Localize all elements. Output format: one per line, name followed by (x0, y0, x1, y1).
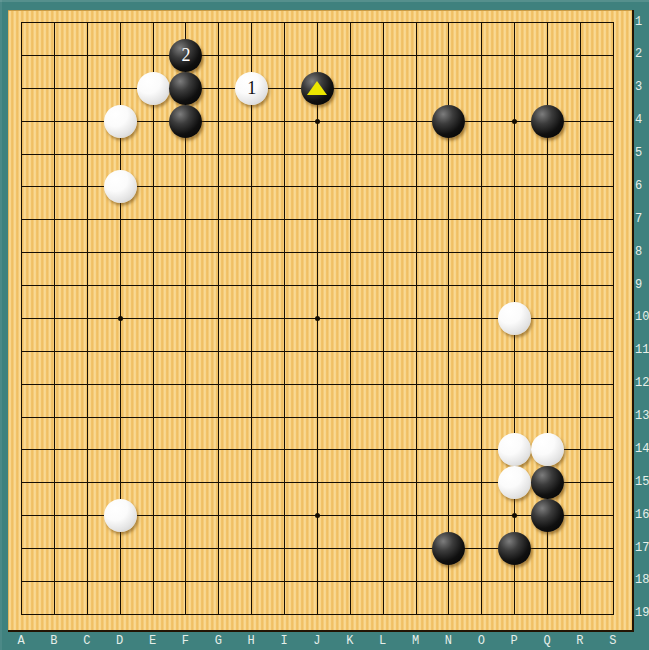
coord-letter-Q: Q (531, 632, 564, 650)
star-point-D10 (118, 316, 123, 321)
coord-letter-R: R (563, 632, 596, 650)
coord-letter-C: C (70, 632, 103, 650)
stone-black-Q4[interactable] (531, 105, 564, 138)
star-point-J4 (315, 119, 320, 124)
stone-white-P15[interactable] (498, 466, 531, 499)
grid-hline (21, 417, 614, 418)
coord-letter-D: D (103, 632, 136, 650)
stone-white-H3[interactable]: 1 (235, 72, 268, 105)
grid-vline (481, 22, 482, 615)
coord-letter-J: J (300, 632, 333, 650)
coord-letter-S: S (596, 632, 629, 650)
move-number-label: 2 (181, 46, 190, 64)
grid-hline (21, 351, 614, 352)
coord-number-8: 8 (635, 236, 649, 269)
stone-black-Q16[interactable] (531, 499, 564, 532)
column-labels: ABCDEFGHIJKLMNOPQRS (5, 632, 630, 650)
coord-number-13: 13 (635, 400, 649, 433)
coord-number-9: 9 (635, 269, 649, 302)
coord-number-18: 18 (635, 564, 649, 597)
triangle-marker-icon (307, 81, 327, 95)
stone-white-P14[interactable] (498, 433, 531, 466)
coord-letter-I: I (268, 632, 301, 650)
grid-vline (580, 22, 581, 615)
stone-black-F4[interactable] (169, 105, 202, 138)
stone-white-D16[interactable] (104, 499, 137, 532)
coord-number-15: 15 (635, 466, 649, 499)
grid-hline (21, 614, 614, 615)
coord-number-2: 2 (635, 38, 649, 71)
grid-vline (383, 22, 384, 615)
stone-black-F2[interactable]: 2 (169, 39, 202, 72)
coord-number-11: 11 (635, 334, 649, 367)
coord-number-4: 4 (635, 104, 649, 137)
star-point-J16 (315, 513, 320, 518)
coord-number-17: 17 (635, 532, 649, 565)
grid-vline (613, 22, 614, 615)
coord-number-12: 12 (635, 367, 649, 400)
goban[interactable]: 21 (8, 10, 634, 632)
coord-number-6: 6 (635, 170, 649, 203)
grid-vline (350, 22, 351, 615)
coord-letter-M: M (399, 632, 432, 650)
coord-number-10: 10 (635, 301, 649, 334)
coord-letter-B: B (37, 632, 70, 650)
coord-number-19: 19 (635, 597, 649, 630)
coord-number-3: 3 (635, 71, 649, 104)
stone-black-N17[interactable] (432, 532, 465, 565)
coord-letter-A: A (5, 632, 38, 650)
star-point-P4 (512, 119, 517, 124)
grid-hline (21, 384, 614, 385)
stone-black-J3[interactable] (301, 72, 334, 105)
stone-black-Q15[interactable] (531, 466, 564, 499)
star-point-J10 (315, 316, 320, 321)
go-diagram: { "game": "Go (19x19 fuseki diagram)", "… (0, 0, 649, 650)
coord-letter-L: L (366, 632, 399, 650)
coord-letter-H: H (235, 632, 268, 650)
row-labels: 12345678910111213141516171819 (635, 6, 649, 631)
coord-number-14: 14 (635, 433, 649, 466)
coord-letter-G: G (202, 632, 235, 650)
stone-black-P17[interactable] (498, 532, 531, 565)
star-point-P16 (512, 513, 517, 518)
coord-letter-N: N (432, 632, 465, 650)
coord-letter-E: E (136, 632, 169, 650)
stone-white-E3[interactable] (137, 72, 170, 105)
coord-letter-O: O (465, 632, 498, 650)
stone-white-Q14[interactable] (531, 433, 564, 466)
stone-white-P10[interactable] (498, 302, 531, 335)
stone-white-D6[interactable] (104, 170, 137, 203)
coord-number-7: 7 (635, 203, 649, 236)
grid-vline (416, 22, 417, 615)
grid-hline (21, 581, 614, 582)
move-number-label: 1 (247, 79, 256, 97)
coord-letter-P: P (498, 632, 531, 650)
stone-black-N4[interactable] (432, 105, 465, 138)
coord-number-1: 1 (635, 6, 649, 39)
stone-white-D4[interactable] (104, 105, 137, 138)
coord-letter-F: F (169, 632, 202, 650)
coord-number-5: 5 (635, 137, 649, 170)
coord-letter-K: K (333, 632, 366, 650)
stone-black-F3[interactable] (169, 72, 202, 105)
coord-number-16: 16 (635, 499, 649, 532)
